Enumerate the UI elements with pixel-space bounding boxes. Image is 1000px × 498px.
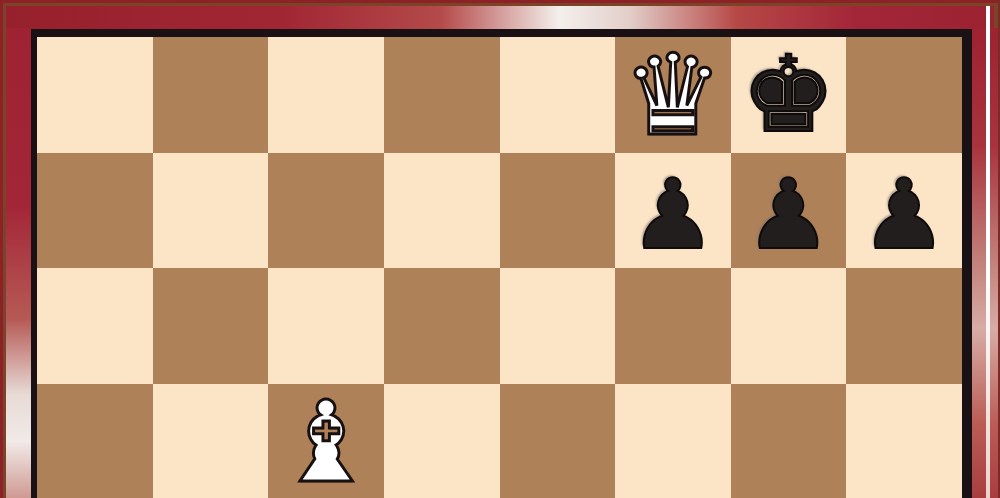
square-b5[interactable] xyxy=(153,384,269,498)
square-g6[interactable] xyxy=(731,268,847,384)
square-e7[interactable] xyxy=(500,153,616,269)
square-d5[interactable] xyxy=(384,384,500,498)
square-a5[interactable] xyxy=(37,384,153,498)
black-king: ♚ xyxy=(741,42,836,148)
chess-diagram: ♛♚♟♟♟♝ xyxy=(0,0,1000,498)
square-h5[interactable] xyxy=(846,384,962,498)
square-b7[interactable] xyxy=(153,153,269,269)
square-a7[interactable] xyxy=(37,153,153,269)
square-f8[interactable]: ♛ xyxy=(615,37,731,153)
square-e5[interactable] xyxy=(500,384,616,498)
square-d6[interactable] xyxy=(384,268,500,384)
frame-left-border xyxy=(6,28,31,498)
square-f5[interactable] xyxy=(615,384,731,498)
black-pawn: ♟ xyxy=(629,158,716,263)
square-a6[interactable] xyxy=(37,268,153,384)
square-d8[interactable] xyxy=(384,37,500,153)
frame-top-border xyxy=(6,6,994,30)
square-a8[interactable] xyxy=(37,37,153,153)
black-pawn: ♟ xyxy=(861,158,948,263)
square-c5[interactable]: ♝ xyxy=(268,384,384,498)
square-c6[interactable] xyxy=(268,268,384,384)
white-bishop: ♝ xyxy=(276,386,376,498)
square-h6[interactable] xyxy=(846,268,962,384)
square-g7[interactable]: ♟ xyxy=(731,153,847,269)
frame-gloss-stripe xyxy=(986,6,990,498)
square-e6[interactable] xyxy=(500,268,616,384)
square-f7[interactable]: ♟ xyxy=(615,153,731,269)
square-g5[interactable] xyxy=(731,384,847,498)
square-d7[interactable] xyxy=(384,153,500,269)
square-h7[interactable]: ♟ xyxy=(846,153,962,269)
square-b6[interactable] xyxy=(153,268,269,384)
square-f6[interactable] xyxy=(615,268,731,384)
white-queen: ♛ xyxy=(623,39,723,151)
square-c7[interactable] xyxy=(268,153,384,269)
square-h8[interactable] xyxy=(846,37,962,153)
square-b8[interactable] xyxy=(153,37,269,153)
square-e8[interactable] xyxy=(500,37,616,153)
chess-board: ♛♚♟♟♟♝ xyxy=(37,37,962,498)
square-g8[interactable]: ♚ xyxy=(731,37,847,153)
black-pawn: ♟ xyxy=(745,158,832,263)
square-c8[interactable] xyxy=(268,37,384,153)
